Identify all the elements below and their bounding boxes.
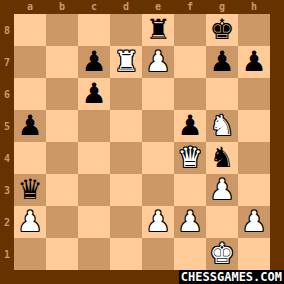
black-pawn-piece[interactable]: ♟ [81, 78, 106, 110]
rank-label-4: 4 [0, 142, 14, 174]
square-e8[interactable]: ♜ [142, 14, 174, 46]
square-g2[interactable] [206, 206, 238, 238]
square-c4[interactable] [78, 142, 110, 174]
square-c5[interactable] [78, 110, 110, 142]
square-h7[interactable]: ♟ [238, 46, 270, 78]
square-g5[interactable]: ♞ [206, 110, 238, 142]
square-g6[interactable] [206, 78, 238, 110]
file-label-h: h [238, 0, 270, 14]
square-g4[interactable]: ♞ [206, 142, 238, 174]
square-b4[interactable] [46, 142, 78, 174]
square-h5[interactable] [238, 110, 270, 142]
square-d3[interactable] [110, 174, 142, 206]
square-a1[interactable] [14, 238, 46, 270]
watermark: CHESSGAMES.COM [179, 270, 284, 284]
square-f3[interactable] [174, 174, 206, 206]
file-label-f: f [174, 0, 206, 14]
square-b3[interactable] [46, 174, 78, 206]
square-f4[interactable]: ♛ [174, 142, 206, 174]
square-d5[interactable] [110, 110, 142, 142]
white-pawn-piece[interactable]: ♟ [177, 206, 202, 238]
black-pawn-piece[interactable]: ♟ [17, 110, 42, 142]
rank-label-3: 3 [0, 174, 14, 206]
square-d8[interactable] [110, 14, 142, 46]
square-h3[interactable] [238, 174, 270, 206]
black-pawn-piece[interactable]: ♟ [81, 46, 106, 78]
black-pawn-piece[interactable]: ♟ [177, 110, 202, 142]
square-c3[interactable] [78, 174, 110, 206]
square-a4[interactable] [14, 142, 46, 174]
square-a6[interactable] [14, 78, 46, 110]
square-h1[interactable] [238, 238, 270, 270]
black-knight-piece[interactable]: ♞ [209, 142, 234, 174]
square-a2[interactable]: ♟ [14, 206, 46, 238]
square-g1[interactable]: ♚ [206, 238, 238, 270]
square-e4[interactable] [142, 142, 174, 174]
black-queen-piece[interactable]: ♛ [17, 174, 42, 206]
white-pawn-piece[interactable]: ♟ [17, 206, 42, 238]
file-label-c: c [78, 0, 110, 14]
square-h2[interactable]: ♟ [238, 206, 270, 238]
square-c8[interactable] [78, 14, 110, 46]
square-g8[interactable]: ♚ [206, 14, 238, 46]
board-grid: ♜♚♟♜♟♟♟♟♟♟♞♛♞♛♟♟♟♟♟♚ [14, 14, 270, 270]
white-pawn-piece[interactable]: ♟ [145, 46, 170, 78]
file-labels: abcdefgh [14, 0, 270, 14]
square-f1[interactable] [174, 238, 206, 270]
file-label-d: d [110, 0, 142, 14]
square-b5[interactable] [46, 110, 78, 142]
black-king-piece[interactable]: ♚ [209, 14, 234, 46]
square-h6[interactable] [238, 78, 270, 110]
square-b2[interactable] [46, 206, 78, 238]
rank-label-7: 7 [0, 46, 14, 78]
square-b8[interactable] [46, 14, 78, 46]
square-b1[interactable] [46, 238, 78, 270]
white-queen-piece[interactable]: ♛ [177, 142, 202, 174]
square-h4[interactable] [238, 142, 270, 174]
square-c6[interactable]: ♟ [78, 78, 110, 110]
file-label-g: g [206, 0, 238, 14]
square-d4[interactable] [110, 142, 142, 174]
black-pawn-piece[interactable]: ♟ [209, 46, 234, 78]
square-a8[interactable] [14, 14, 46, 46]
file-label-e: e [142, 0, 174, 14]
square-b7[interactable] [46, 46, 78, 78]
file-label-b: b [46, 0, 78, 14]
square-f2[interactable]: ♟ [174, 206, 206, 238]
chess-board-frame: abcdefgh 87654321 ♜♚♟♜♟♟♟♟♟♟♞♛♞♛♟♟♟♟♟♚ C… [0, 0, 284, 284]
file-label-a: a [14, 0, 46, 14]
square-e7[interactable]: ♟ [142, 46, 174, 78]
square-d2[interactable] [110, 206, 142, 238]
white-pawn-piece[interactable]: ♟ [145, 206, 170, 238]
rank-label-5: 5 [0, 110, 14, 142]
rank-label-1: 1 [0, 238, 14, 270]
square-d1[interactable] [110, 238, 142, 270]
square-g3[interactable]: ♟ [206, 174, 238, 206]
square-c2[interactable] [78, 206, 110, 238]
square-c7[interactable]: ♟ [78, 46, 110, 78]
white-pawn-piece[interactable]: ♟ [241, 206, 266, 238]
square-d7[interactable]: ♜ [110, 46, 142, 78]
square-f7[interactable] [174, 46, 206, 78]
square-g7[interactable]: ♟ [206, 46, 238, 78]
square-a3[interactable]: ♛ [14, 174, 46, 206]
rank-label-2: 2 [0, 206, 14, 238]
square-c1[interactable] [78, 238, 110, 270]
square-d6[interactable] [110, 78, 142, 110]
square-a7[interactable] [14, 46, 46, 78]
black-rook-piece[interactable]: ♜ [145, 14, 170, 46]
square-b6[interactable] [46, 78, 78, 110]
square-h8[interactable] [238, 14, 270, 46]
square-f8[interactable] [174, 14, 206, 46]
square-f6[interactable] [174, 78, 206, 110]
white-king-piece[interactable]: ♚ [209, 238, 234, 270]
square-e5[interactable] [142, 110, 174, 142]
black-pawn-piece[interactable]: ♟ [241, 46, 266, 78]
white-pawn-piece[interactable]: ♟ [209, 174, 234, 206]
square-e3[interactable] [142, 174, 174, 206]
rank-labels: 87654321 [0, 14, 14, 270]
square-f5[interactable]: ♟ [174, 110, 206, 142]
square-e1[interactable] [142, 238, 174, 270]
rank-label-8: 8 [0, 14, 14, 46]
white-knight-piece[interactable]: ♞ [209, 110, 234, 142]
square-a5[interactable]: ♟ [14, 110, 46, 142]
square-e2[interactable]: ♟ [142, 206, 174, 238]
square-e6[interactable] [142, 78, 174, 110]
rank-label-6: 6 [0, 78, 14, 110]
white-rook-piece[interactable]: ♜ [113, 46, 138, 78]
